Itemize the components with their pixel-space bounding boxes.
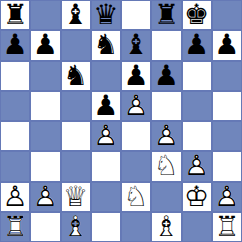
square-e7[interactable]: ♝	[121, 30, 151, 60]
black-pawn: ♟	[91, 91, 121, 121]
black-pawn: ♟	[212, 30, 242, 60]
white-king: ♚♔	[182, 182, 212, 212]
square-f1[interactable]: ♝♗	[151, 212, 181, 242]
square-c2[interactable]: ♛♕	[61, 182, 91, 212]
square-d7[interactable]: ♞	[91, 30, 121, 60]
black-pawn: ♟	[151, 61, 181, 91]
white-rook: ♜♖	[212, 212, 242, 242]
square-c1[interactable]: ♝♗	[61, 212, 91, 242]
square-c8[interactable]: ♝	[61, 0, 91, 30]
square-a3[interactable]	[0, 151, 30, 181]
white-rook-outline: ♖	[212, 212, 242, 242]
white-pawn-outline: ♙	[91, 121, 121, 151]
white-pawn: ♟♙	[91, 121, 121, 151]
black-pawn-glyph: ♟	[121, 61, 151, 91]
square-b1[interactable]	[30, 212, 60, 242]
square-f6[interactable]: ♟	[151, 61, 181, 91]
square-b6[interactable]	[30, 61, 60, 91]
square-h3[interactable]	[212, 151, 242, 181]
square-h5[interactable]	[212, 91, 242, 121]
chess-board-container: ♜♝♛♜♚♟♟♞♝♟♟♞♟♟♟♟♙♟♙♟♙♞♘♟♙♟♙♟♙♛♕♞♘♚♔♟♙♜♖♝…	[0, 0, 242, 242]
white-pawn: ♟♙	[212, 182, 242, 212]
black-bishop-glyph: ♝	[121, 30, 151, 60]
black-bishop-glyph: ♝	[61, 0, 91, 30]
black-knight-glyph: ♞	[61, 61, 91, 91]
square-d5[interactable]: ♟	[91, 91, 121, 121]
white-bishop: ♝♗	[151, 212, 181, 242]
white-queen: ♛♕	[61, 182, 91, 212]
black-knight: ♞	[91, 30, 121, 60]
black-knight: ♞	[61, 61, 91, 91]
square-e5[interactable]: ♟♙	[121, 91, 151, 121]
white-bishop-outline: ♗	[151, 212, 181, 242]
white-bishop: ♝♗	[61, 212, 91, 242]
black-pawn: ♟	[30, 30, 60, 60]
square-f7[interactable]	[151, 30, 181, 60]
white-pawn-outline: ♙	[30, 182, 60, 212]
square-c4[interactable]	[61, 121, 91, 151]
black-pawn: ♟	[0, 30, 30, 60]
square-g7[interactable]: ♟	[182, 30, 212, 60]
black-knight-glyph: ♞	[91, 30, 121, 60]
square-h7[interactable]: ♟	[212, 30, 242, 60]
white-knight: ♞♘	[121, 182, 151, 212]
square-a8[interactable]: ♜	[0, 0, 30, 30]
white-pawn: ♟♙	[30, 182, 60, 212]
black-pawn-glyph: ♟	[0, 30, 30, 60]
square-c7[interactable]	[61, 30, 91, 60]
square-b4[interactable]	[30, 121, 60, 151]
black-pawn-glyph: ♟	[30, 30, 60, 60]
white-knight-outline: ♘	[121, 182, 151, 212]
square-e3[interactable]	[121, 151, 151, 181]
square-g4[interactable]	[182, 121, 212, 151]
white-bishop-outline: ♗	[61, 212, 91, 242]
square-b7[interactable]: ♟	[30, 30, 60, 60]
black-pawn-glyph: ♟	[212, 30, 242, 60]
white-knight-outline: ♘	[151, 151, 181, 181]
square-f4[interactable]: ♟♙	[151, 121, 181, 151]
black-rook: ♜	[0, 0, 30, 30]
square-b3[interactable]	[30, 151, 60, 181]
square-d2[interactable]	[91, 182, 121, 212]
black-bishop: ♝	[61, 0, 91, 30]
white-pawn-outline: ♙	[0, 182, 30, 212]
square-c3[interactable]	[61, 151, 91, 181]
square-h1[interactable]: ♜♖	[212, 212, 242, 242]
square-a6[interactable]	[0, 61, 30, 91]
square-g8[interactable]: ♚	[182, 0, 212, 30]
square-f8[interactable]: ♜	[151, 0, 181, 30]
square-b8[interactable]	[30, 0, 60, 30]
square-e4[interactable]	[121, 121, 151, 151]
black-king-glyph: ♚	[182, 0, 212, 30]
square-e6[interactable]: ♟	[121, 61, 151, 91]
square-e2[interactable]: ♞♘	[121, 182, 151, 212]
square-h8[interactable]	[212, 0, 242, 30]
square-c5[interactable]	[61, 91, 91, 121]
square-e1[interactable]	[121, 212, 151, 242]
square-f3[interactable]: ♞♘	[151, 151, 181, 181]
black-pawn-glyph: ♟	[151, 61, 181, 91]
black-rook-glyph: ♜	[151, 0, 181, 30]
square-g1[interactable]	[182, 212, 212, 242]
white-rook: ♜♖	[0, 212, 30, 242]
black-pawn: ♟	[182, 30, 212, 60]
chess-board: ♜♝♛♜♚♟♟♞♝♟♟♞♟♟♟♟♙♟♙♟♙♞♘♟♙♟♙♟♙♛♕♞♘♚♔♟♙♜♖♝…	[0, 0, 242, 242]
white-knight: ♞♘	[151, 151, 181, 181]
square-d1[interactable]	[91, 212, 121, 242]
white-pawn-outline: ♙	[212, 182, 242, 212]
white-pawn-outline: ♙	[151, 121, 181, 151]
square-f2[interactable]	[151, 182, 181, 212]
square-d8[interactable]: ♛	[91, 0, 121, 30]
black-pawn: ♟	[121, 61, 151, 91]
white-pawn-outline: ♙	[182, 151, 212, 181]
black-king: ♚	[182, 0, 212, 30]
square-e8[interactable]	[121, 0, 151, 30]
square-g3[interactable]: ♟♙	[182, 151, 212, 181]
black-bishop: ♝	[121, 30, 151, 60]
black-rook: ♜	[151, 0, 181, 30]
square-a4[interactable]	[0, 121, 30, 151]
square-a7[interactable]: ♟	[0, 30, 30, 60]
white-pawn: ♟♙	[151, 121, 181, 151]
square-b5[interactable]	[30, 91, 60, 121]
square-a2[interactable]: ♟♙	[0, 182, 30, 212]
square-c6[interactable]: ♞	[61, 61, 91, 91]
square-d3[interactable]	[91, 151, 121, 181]
square-h4[interactable]	[212, 121, 242, 151]
white-pawn-outline: ♙	[121, 91, 151, 121]
black-queen: ♛	[91, 0, 121, 30]
white-pawn: ♟♙	[0, 182, 30, 212]
square-d6[interactable]	[91, 61, 121, 91]
white-queen-outline: ♕	[61, 182, 91, 212]
square-h6[interactable]	[212, 61, 242, 91]
white-king-outline: ♔	[182, 182, 212, 212]
white-rook-outline: ♖	[0, 212, 30, 242]
square-b2[interactable]: ♟♙	[30, 182, 60, 212]
square-h2[interactable]: ♟♙	[212, 182, 242, 212]
square-d4[interactable]: ♟♙	[91, 121, 121, 151]
square-g5[interactable]	[182, 91, 212, 121]
square-g2[interactable]: ♚♔	[182, 182, 212, 212]
square-f5[interactable]	[151, 91, 181, 121]
white-pawn: ♟♙	[121, 91, 151, 121]
black-rook-glyph: ♜	[0, 0, 30, 30]
black-pawn-glyph: ♟	[91, 91, 121, 121]
black-pawn-glyph: ♟	[182, 30, 212, 60]
white-pawn: ♟♙	[182, 151, 212, 181]
square-g6[interactable]	[182, 61, 212, 91]
black-queen-glyph: ♛	[91, 0, 121, 30]
square-a1[interactable]: ♜♖	[0, 212, 30, 242]
square-a5[interactable]	[0, 91, 30, 121]
